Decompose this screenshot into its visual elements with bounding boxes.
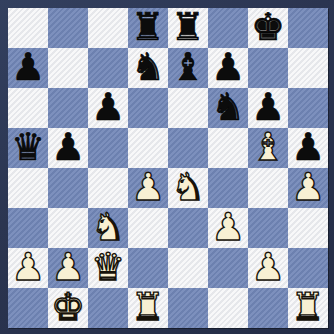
square-f1[interactable] [208,288,248,328]
square-b5[interactable]: ♟ [48,128,88,168]
square-b2[interactable]: ♟ [48,248,88,288]
square-d8[interactable]: ♜ [128,8,168,48]
square-a6[interactable] [8,88,48,128]
piece-black-rook[interactable]: ♜ [131,7,165,47]
square-c4[interactable] [88,168,128,208]
piece-white-knight[interactable]: ♞ [171,167,205,207]
square-b7[interactable] [48,48,88,88]
piece-white-rook[interactable]: ♜ [131,287,165,327]
square-f5[interactable] [208,128,248,168]
piece-white-rook[interactable]: ♜ [291,287,325,327]
piece-white-pawn[interactable]: ♟ [251,247,285,287]
square-h1[interactable]: ♜ [288,288,328,328]
square-g1[interactable] [248,288,288,328]
square-b8[interactable] [48,8,88,48]
square-g3[interactable] [248,208,288,248]
square-c1[interactable] [88,288,128,328]
square-f8[interactable] [208,8,248,48]
square-a1[interactable] [8,288,48,328]
piece-black-pawn[interactable]: ♟ [251,87,285,127]
piece-black-bishop[interactable]: ♝ [171,47,205,87]
square-h4[interactable]: ♟ [288,168,328,208]
square-a5[interactable]: ♛ [8,128,48,168]
square-f3[interactable]: ♟ [208,208,248,248]
square-e5[interactable] [168,128,208,168]
square-d3[interactable] [128,208,168,248]
square-b1[interactable]: ♚ [48,288,88,328]
square-a3[interactable] [8,208,48,248]
square-e7[interactable]: ♝ [168,48,208,88]
piece-black-knight[interactable]: ♞ [211,87,245,127]
piece-black-pawn[interactable]: ♟ [291,127,325,167]
square-b4[interactable] [48,168,88,208]
piece-white-pawn[interactable]: ♟ [51,247,85,287]
piece-white-pawn[interactable]: ♟ [211,207,245,247]
square-g5[interactable]: ♝ [248,128,288,168]
square-d2[interactable] [128,248,168,288]
square-h2[interactable] [288,248,328,288]
square-c7[interactable] [88,48,128,88]
square-g6[interactable]: ♟ [248,88,288,128]
square-c6[interactable]: ♟ [88,88,128,128]
piece-white-pawn[interactable]: ♟ [291,167,325,207]
piece-black-pawn[interactable]: ♟ [11,47,45,87]
board-frame: ♜♜♚♟♞♝♟♟♞♟♛♟♝♟♟♞♟♞♟♟♟♛♟♚♜♜ [0,0,334,334]
square-a4[interactable] [8,168,48,208]
square-g8[interactable]: ♚ [248,8,288,48]
square-f6[interactable]: ♞ [208,88,248,128]
square-a2[interactable]: ♟ [8,248,48,288]
piece-black-pawn[interactable]: ♟ [91,87,125,127]
square-d7[interactable]: ♞ [128,48,168,88]
square-e4[interactable]: ♞ [168,168,208,208]
square-e3[interactable] [168,208,208,248]
square-d6[interactable] [128,88,168,128]
square-g2[interactable]: ♟ [248,248,288,288]
square-c5[interactable] [88,128,128,168]
piece-black-pawn[interactable]: ♟ [51,127,85,167]
square-h5[interactable]: ♟ [288,128,328,168]
square-d4[interactable]: ♟ [128,168,168,208]
piece-white-pawn[interactable]: ♟ [11,247,45,287]
piece-white-knight[interactable]: ♞ [91,207,125,247]
piece-black-rook[interactable]: ♜ [171,7,205,47]
square-h7[interactable] [288,48,328,88]
square-h3[interactable] [288,208,328,248]
square-b3[interactable] [48,208,88,248]
square-d1[interactable]: ♜ [128,288,168,328]
piece-black-pawn[interactable]: ♟ [211,47,245,87]
chess-board[interactable]: ♜♜♚♟♞♝♟♟♞♟♛♟♝♟♟♞♟♞♟♟♟♛♟♚♜♜ [8,8,328,328]
piece-black-knight[interactable]: ♞ [131,47,165,87]
square-e6[interactable] [168,88,208,128]
square-a7[interactable]: ♟ [8,48,48,88]
square-c8[interactable] [88,8,128,48]
square-g7[interactable] [248,48,288,88]
square-e1[interactable] [168,288,208,328]
square-d5[interactable] [128,128,168,168]
square-h6[interactable] [288,88,328,128]
square-g4[interactable] [248,168,288,208]
piece-white-bishop[interactable]: ♝ [251,127,285,167]
square-e8[interactable]: ♜ [168,8,208,48]
square-a8[interactable] [8,8,48,48]
piece-white-pawn[interactable]: ♟ [131,167,165,207]
square-f7[interactable]: ♟ [208,48,248,88]
piece-white-king[interactable]: ♚ [51,287,85,327]
square-f2[interactable] [208,248,248,288]
square-b6[interactable] [48,88,88,128]
piece-black-king[interactable]: ♚ [251,7,285,47]
square-h8[interactable] [288,8,328,48]
square-c3[interactable]: ♞ [88,208,128,248]
piece-black-queen[interactable]: ♛ [11,127,45,167]
square-c2[interactable]: ♛ [88,248,128,288]
piece-white-queen[interactable]: ♛ [91,247,125,287]
square-f4[interactable] [208,168,248,208]
square-e2[interactable] [168,248,208,288]
